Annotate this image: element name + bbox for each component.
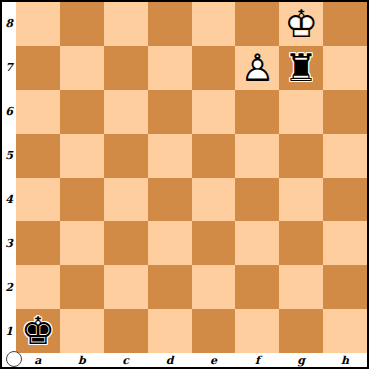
square-e5[interactable] xyxy=(192,134,236,178)
square-g8[interactable]: ♚♔ xyxy=(279,2,323,46)
square-h3[interactable] xyxy=(323,221,367,265)
square-a5[interactable] xyxy=(16,134,60,178)
square-c5[interactable] xyxy=(104,134,148,178)
square-a4[interactable] xyxy=(16,178,60,222)
square-g1[interactable] xyxy=(279,309,323,353)
square-c3[interactable] xyxy=(104,221,148,265)
square-g7[interactable]: ♜ xyxy=(279,46,323,90)
rank-label-4: 4 xyxy=(2,178,16,222)
square-f3[interactable] xyxy=(235,221,279,265)
square-g5[interactable] xyxy=(279,134,323,178)
square-b6[interactable] xyxy=(60,90,104,134)
square-g4[interactable] xyxy=(279,178,323,222)
square-f2[interactable] xyxy=(235,265,279,309)
white-king[interactable]: ♔ xyxy=(279,2,323,46)
square-c2[interactable] xyxy=(104,265,148,309)
rank-label-3: 3 xyxy=(2,221,16,265)
square-h8[interactable] xyxy=(323,2,367,46)
square-e4[interactable] xyxy=(192,178,236,222)
square-a7[interactable] xyxy=(16,46,60,90)
rank-label-1: 1 xyxy=(2,309,16,353)
square-d7[interactable] xyxy=(148,46,192,90)
white-pawn-fill: ♟ xyxy=(235,46,279,90)
file-label-c: c xyxy=(104,353,148,367)
square-e7[interactable] xyxy=(192,46,236,90)
rank-label-6: 6 xyxy=(2,90,16,134)
square-d2[interactable] xyxy=(148,265,192,309)
file-label-b: b xyxy=(60,353,104,367)
square-h2[interactable] xyxy=(323,265,367,309)
black-rook[interactable]: ♜ xyxy=(279,46,323,90)
chess-board: ♚♔♟♙♜♚ xyxy=(16,2,367,353)
square-g6[interactable] xyxy=(279,90,323,134)
square-b5[interactable] xyxy=(60,134,104,178)
square-a6[interactable] xyxy=(16,90,60,134)
square-f4[interactable] xyxy=(235,178,279,222)
square-g2[interactable] xyxy=(279,265,323,309)
file-label-h: h xyxy=(323,353,367,367)
square-f1[interactable] xyxy=(235,309,279,353)
file-label-f: f xyxy=(235,353,279,367)
square-a2[interactable] xyxy=(16,265,60,309)
rank-label-7: 7 xyxy=(2,46,16,90)
square-a1[interactable]: ♚ xyxy=(16,309,60,353)
square-d1[interactable] xyxy=(148,309,192,353)
square-e2[interactable] xyxy=(192,265,236,309)
rank-labels: 87654321 xyxy=(2,2,16,353)
rank-label-5: 5 xyxy=(2,134,16,178)
square-d6[interactable] xyxy=(148,90,192,134)
square-d3[interactable] xyxy=(148,221,192,265)
square-c8[interactable] xyxy=(104,2,148,46)
rank-label-2: 2 xyxy=(2,265,16,309)
square-h6[interactable] xyxy=(323,90,367,134)
square-e6[interactable] xyxy=(192,90,236,134)
square-b2[interactable] xyxy=(60,265,104,309)
square-b7[interactable] xyxy=(60,46,104,90)
square-d4[interactable] xyxy=(148,178,192,222)
square-h1[interactable] xyxy=(323,309,367,353)
black-king[interactable]: ♚ xyxy=(16,309,60,353)
file-labels: abcdefgh xyxy=(16,353,367,367)
square-c7[interactable] xyxy=(104,46,148,90)
square-h5[interactable] xyxy=(323,134,367,178)
square-b4[interactable] xyxy=(60,178,104,222)
square-c1[interactable] xyxy=(104,309,148,353)
square-h7[interactable] xyxy=(323,46,367,90)
square-b1[interactable] xyxy=(60,309,104,353)
square-f6[interactable] xyxy=(235,90,279,134)
square-a8[interactable] xyxy=(16,2,60,46)
file-label-e: e xyxy=(192,353,236,367)
chess-diagram-frame: 87654321 ♚♔♟♙♜♚ abcdefgh xyxy=(0,0,369,369)
white-to-move-indicator xyxy=(6,351,22,367)
square-e1[interactable] xyxy=(192,309,236,353)
square-h4[interactable] xyxy=(323,178,367,222)
square-a3[interactable] xyxy=(16,221,60,265)
square-f7[interactable]: ♟♙ xyxy=(235,46,279,90)
square-c4[interactable] xyxy=(104,178,148,222)
square-d5[interactable] xyxy=(148,134,192,178)
square-c6[interactable] xyxy=(104,90,148,134)
square-g3[interactable] xyxy=(279,221,323,265)
square-b3[interactable] xyxy=(60,221,104,265)
square-b8[interactable] xyxy=(60,2,104,46)
file-label-a: a xyxy=(16,353,60,367)
square-e8[interactable] xyxy=(192,2,236,46)
white-pawn[interactable]: ♙ xyxy=(235,46,279,90)
white-king-fill: ♚ xyxy=(279,2,323,46)
rank-label-8: 8 xyxy=(2,2,16,46)
square-f8[interactable] xyxy=(235,2,279,46)
square-f5[interactable] xyxy=(235,134,279,178)
square-d8[interactable] xyxy=(148,2,192,46)
file-label-d: d xyxy=(148,353,192,367)
square-e3[interactable] xyxy=(192,221,236,265)
file-label-g: g xyxy=(279,353,323,367)
